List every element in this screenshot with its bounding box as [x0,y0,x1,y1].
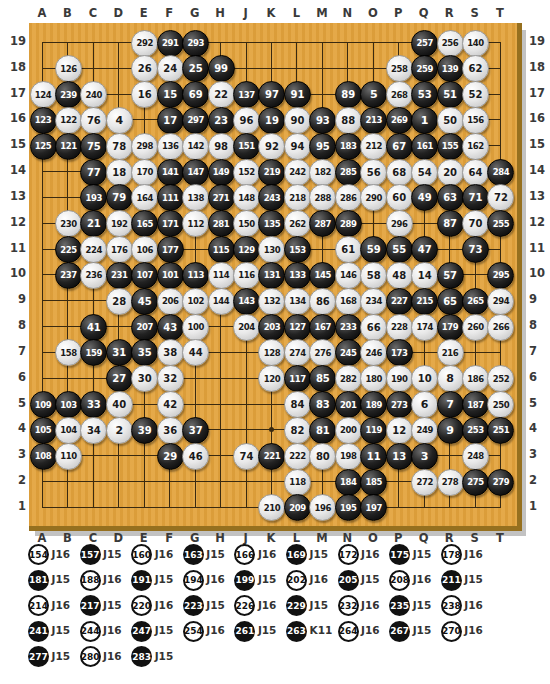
column-label-top: F [157,6,181,20]
stone-E10: 107 [131,262,158,289]
stone-B16: 122 [55,107,82,134]
stone-J15: 151 [233,133,260,160]
stone-N5: 201 [335,391,362,418]
stone-K3: 221 [258,443,285,470]
stone-B15: 121 [55,133,82,160]
column-label-bottom: S [463,531,487,545]
stone-T5: 250 [487,391,514,418]
stone-S14: 64 [462,159,489,186]
stone-N10: 146 [335,262,362,289]
stone-M16: 93 [309,107,336,134]
stone-J16: 96 [233,107,260,134]
caption-stone-194: 194 [183,570,204,591]
row-label-right: 11 [529,241,550,255]
column-label-bottom: O [361,531,385,545]
stone-R14: 20 [437,159,464,186]
stone-R6: 8 [437,365,464,392]
row-label-left: 9 [4,292,26,306]
caption-location: J15 [155,624,174,636]
caption-stone-270: 270 [441,621,462,642]
caption-location: J15 [413,624,432,636]
stone-T12: 255 [487,210,514,237]
stone-M3: 80 [309,443,336,470]
stone-L13: 218 [284,184,311,211]
stone-L16: 90 [284,107,311,134]
stone-E13: 164 [131,184,158,211]
caption-location: J16 [464,599,483,611]
caption-stone-244: 244 [80,621,101,642]
stone-Q9: 215 [411,288,438,315]
row-label-right: 2 [529,473,550,487]
stone-S6: 186 [462,365,489,392]
stone-P18: 258 [386,55,413,82]
stone-O2: 185 [360,469,387,496]
stone-J3: 74 [233,443,260,470]
stone-O14: 56 [360,159,387,186]
stone-L5: 84 [284,391,311,418]
stone-T6: 252 [487,365,514,392]
row-label-right: 12 [529,215,550,229]
row-label-left: 15 [4,137,26,151]
stone-B5: 103 [55,391,82,418]
stone-O7: 246 [360,339,387,366]
column-label-top: K [259,6,283,20]
stone-L17: 91 [284,81,311,108]
stone-L7: 274 [284,339,311,366]
stone-E17: 16 [131,81,158,108]
stone-T2: 279 [487,469,514,496]
stone-L15: 94 [284,133,311,160]
column-label-top: O [361,6,385,20]
caption-location: J15 [464,573,483,585]
stone-K10: 131 [258,262,285,289]
column-label-top: S [463,6,487,20]
caption-stone-229: 229 [286,595,307,616]
stone-R18: 139 [437,55,464,82]
row-label-right: 16 [529,111,550,125]
stone-L4: 82 [284,417,311,444]
stone-S2: 275 [462,469,489,496]
stone-K9: 132 [258,288,285,315]
stone-E15: 298 [131,133,158,160]
caption-stone-214: 214 [28,595,49,616]
stone-F9: 206 [157,288,184,315]
stone-F8: 43 [157,314,184,341]
column-label-bottom: H [208,531,232,545]
stone-S5: 187 [462,391,489,418]
stone-O5: 189 [360,391,387,418]
row-label-left: 6 [4,370,26,384]
stone-N2: 184 [335,469,362,496]
stone-B10: 237 [55,262,82,289]
stone-Q10: 14 [411,262,438,289]
caption-stone-205: 205 [338,570,359,591]
column-label-top: R [437,6,461,20]
caption-location: J16 [155,599,174,611]
stone-C17: 240 [80,81,107,108]
stone-P4: 12 [386,417,413,444]
column-label-top: G [183,6,207,20]
stone-J11: 129 [233,236,260,263]
stone-M4: 81 [309,417,336,444]
caption-stone-247: 247 [131,621,152,642]
stone-E7: 35 [131,339,158,366]
stone-L11: 153 [284,236,311,263]
stone-Q4: 249 [411,417,438,444]
stone-R2: 278 [437,469,464,496]
stone-N6: 282 [335,365,362,392]
caption-location: K11 [310,624,333,636]
stone-H18: 99 [208,55,235,82]
column-label-top: B [55,6,79,20]
stone-F7: 38 [157,339,184,366]
stone-O9: 234 [360,288,387,315]
stone-S17: 52 [462,81,489,108]
stone-K17: 97 [258,81,285,108]
row-label-left: 3 [4,447,26,461]
stone-E4: 39 [131,417,158,444]
stone-G18: 25 [182,55,209,82]
stone-B18: 126 [55,55,82,82]
caption-stone-188: 188 [80,570,101,591]
stone-H14: 149 [208,159,235,186]
stone-F18: 24 [157,55,184,82]
stone-S4: 253 [462,417,489,444]
stone-D12: 192 [106,210,133,237]
stone-Q18: 259 [411,55,438,82]
caption-stone-169: 169 [286,544,307,565]
caption-stone-163: 163 [183,544,204,565]
stone-M10: 145 [309,262,336,289]
stone-J14: 152 [233,159,260,186]
stone-Q16: 1 [411,107,438,134]
stone-O17: 5 [360,81,387,108]
stone-F14: 141 [157,159,184,186]
stone-R4: 9 [437,417,464,444]
stone-O4: 119 [360,417,387,444]
column-label-bottom: K [259,531,283,545]
stone-P16: 269 [386,107,413,134]
stone-K16: 19 [258,107,285,134]
stone-O16: 213 [360,107,387,134]
stone-D13: 79 [106,184,133,211]
stone-B7: 158 [55,339,82,366]
stone-L1: 209 [284,494,311,521]
stone-F13: 111 [157,184,184,211]
row-label-right: 8 [529,318,550,332]
column-label-top: E [132,6,156,20]
caption-location: J15 [206,599,225,611]
stone-G8: 100 [182,314,209,341]
caption-location: J16 [361,548,380,560]
caption-stone-241: 241 [28,621,49,642]
stone-N12: 289 [335,210,362,237]
row-label-left: 10 [4,266,26,280]
caption-stone-157: 157 [80,544,101,565]
stone-F19: 291 [157,30,184,57]
column-label-top: T [488,6,512,20]
row-label-right: 19 [529,34,550,48]
stone-C13: 193 [80,184,107,211]
stone-F17: 15 [157,81,184,108]
stone-F5: 42 [157,391,184,418]
stone-Q15: 161 [411,133,438,160]
row-label-left: 14 [4,163,26,177]
stone-S9: 265 [462,288,489,315]
caption-location: J15 [310,599,329,611]
stone-O10: 58 [360,262,387,289]
caption-stone-283: 283 [131,646,152,667]
column-label-bottom: M [310,531,334,545]
stone-C14: 77 [80,159,107,186]
stone-D10: 231 [106,262,133,289]
stone-K11: 130 [258,236,285,263]
stone-B17: 239 [55,81,82,108]
stone-Q2: 272 [411,469,438,496]
caption-location: J15 [103,548,122,560]
stone-C11: 224 [80,236,107,263]
row-label-left: 4 [4,421,26,435]
row-label-right: 18 [529,60,550,74]
caption-location: J15 [310,548,329,560]
stone-Q19: 257 [411,30,438,57]
stone-Q5: 6 [411,391,438,418]
column-label-top: L [284,6,308,20]
stone-D7: 31 [106,339,133,366]
stone-C15: 75 [80,133,107,160]
caption-stone-178: 178 [441,544,462,565]
stone-R7: 216 [437,339,464,366]
stone-S16: 156 [462,107,489,134]
caption-location: J16 [361,624,380,636]
caption-stone-226: 226 [234,595,255,616]
stone-R12: 87 [437,210,464,237]
row-label-right: 6 [529,370,550,384]
stone-N16: 88 [335,107,362,134]
stone-T13: 72 [487,184,514,211]
row-label-left: 5 [4,396,26,410]
caption-location: J16 [103,650,122,662]
caption-stone-232: 232 [338,595,359,616]
stone-H17: 22 [208,81,235,108]
caption-location: J15 [52,624,71,636]
stone-K12: 135 [258,210,285,237]
stone-R9: 65 [437,288,464,315]
stone-D4: 2 [106,417,133,444]
stone-J17: 137 [233,81,260,108]
stone-J13: 148 [233,184,260,211]
caption-stone-181: 181 [28,570,49,591]
stone-C10: 236 [80,262,107,289]
caption-location: J16 [103,573,122,585]
stone-C16: 76 [80,107,107,134]
caption-stone-223: 223 [183,595,204,616]
column-label-top: M [310,6,334,20]
stone-E14: 170 [131,159,158,186]
stone-C4: 34 [80,417,107,444]
stone-P7: 173 [386,339,413,366]
stone-Q13: 49 [411,184,438,211]
stone-P14: 68 [386,159,413,186]
caption-location: J15 [413,599,432,611]
stone-Q6: 10 [411,365,438,392]
stone-S11: 73 [462,236,489,263]
caption-location: J16 [310,573,329,585]
row-label-right: 7 [529,344,550,358]
stone-S3: 248 [462,443,489,470]
stone-R5: 7 [437,391,464,418]
caption-location: J15 [103,599,122,611]
stone-M13: 288 [309,184,336,211]
stone-A4: 105 [30,417,57,444]
column-label-bottom: B [55,531,79,545]
stone-S15: 162 [462,133,489,160]
stone-D9: 28 [106,288,133,315]
stone-E18: 26 [131,55,158,82]
stone-N3: 198 [335,443,362,470]
stone-P15: 67 [386,133,413,160]
stone-E8: 207 [131,314,158,341]
column-label-bottom: C [81,531,105,545]
stone-F10: 101 [157,262,184,289]
stone-L3: 222 [284,443,311,470]
column-label-bottom: N [335,531,359,545]
stone-F11: 177 [157,236,184,263]
caption-location: J15 [361,573,380,585]
stone-P9: 227 [386,288,413,315]
stone-A5: 109 [30,391,57,418]
stone-K15: 92 [258,133,285,160]
caption-stone-208: 208 [389,570,410,591]
stone-H10: 114 [208,262,235,289]
stone-C7: 159 [80,339,107,366]
column-label-bottom: G [183,531,207,545]
stone-N9: 168 [335,288,362,315]
row-label-right: 14 [529,163,550,177]
stone-G12: 112 [182,210,209,237]
row-label-left: 11 [4,241,26,255]
stone-B3: 110 [55,443,82,470]
row-label-right: 1 [529,499,550,513]
stone-P3: 13 [386,443,413,470]
row-label-right: 3 [529,447,550,461]
stone-D5: 40 [106,391,133,418]
column-label-bottom: E [132,531,156,545]
stone-A3: 108 [30,443,57,470]
row-label-left: 13 [4,189,26,203]
caption-stone-238: 238 [441,595,462,616]
caption-location: J16 [464,548,483,560]
stone-A17: 124 [30,81,57,108]
row-label-right: 17 [529,86,550,100]
stone-E11: 106 [131,236,158,263]
stone-L12: 262 [284,210,311,237]
stone-N17: 89 [335,81,362,108]
row-label-left: 1 [4,499,26,513]
stone-D14: 18 [106,159,133,186]
stone-H12: 281 [208,210,235,237]
stone-B4: 104 [55,417,82,444]
column-label-bottom: P [386,531,410,545]
stone-R8: 179 [437,314,464,341]
stone-D16: 4 [106,107,133,134]
caption-stone-166: 166 [234,544,255,565]
go-board: 2922912932572561401262624259925825913962… [29,23,522,531]
row-label-left: 12 [4,215,26,229]
stone-F3: 29 [157,443,184,470]
caption-stone-202: 202 [286,570,307,591]
column-label-top: D [106,6,130,20]
row-label-left: 7 [4,344,26,358]
stone-S8: 260 [462,314,489,341]
stone-O1: 197 [360,494,387,521]
stone-T8: 266 [487,314,514,341]
stone-Q3: 3 [411,443,438,470]
row-label-left: 16 [4,111,26,125]
row-label-right: 5 [529,396,550,410]
stone-M14: 182 [309,159,336,186]
caption-stone-217: 217 [80,595,101,616]
column-label-bottom: L [284,531,308,545]
stone-O15: 212 [360,133,387,160]
caption-location: J16 [361,599,380,611]
stone-F16: 17 [157,107,184,134]
column-label-top: C [81,6,105,20]
stone-J9: 143 [233,288,260,315]
stone-K6: 120 [258,365,285,392]
caption-stone-199: 199 [234,570,255,591]
stone-B12: 230 [55,210,82,237]
stone-G3: 46 [182,443,209,470]
stone-J10: 116 [233,262,260,289]
stone-G7: 44 [182,339,209,366]
column-label-top: J [234,6,258,20]
caption-stone-280: 280 [80,646,101,667]
stone-R15: 155 [437,133,464,160]
stone-C12: 21 [80,210,107,237]
row-label-right: 15 [529,137,550,151]
stone-E6: 30 [131,365,158,392]
stone-R19: 256 [437,30,464,57]
stone-N13: 286 [335,184,362,211]
column-label-bottom: R [437,531,461,545]
stone-L6: 117 [284,365,311,392]
stone-F4: 36 [157,417,184,444]
stone-C5: 33 [80,391,107,418]
stone-O13: 290 [360,184,387,211]
stone-S18: 62 [462,55,489,82]
stone-O3: 11 [360,443,387,470]
stone-H9: 144 [208,288,235,315]
stone-P17: 268 [386,81,413,108]
caption-location: J15 [206,548,225,560]
stone-H13: 271 [208,184,235,211]
stone-N4: 200 [335,417,362,444]
stone-S13: 71 [462,184,489,211]
stone-G13: 138 [182,184,209,211]
stone-L8: 127 [284,314,311,341]
caption-stone-261: 261 [234,621,255,642]
stone-G10: 113 [182,262,209,289]
stone-H15: 98 [208,133,235,160]
stone-Q14: 54 [411,159,438,186]
star-point [269,427,274,432]
stone-O8: 66 [360,314,387,341]
stone-N7: 245 [335,339,362,366]
caption-location: J16 [464,624,483,636]
stone-T4: 251 [487,417,514,444]
stone-M5: 83 [309,391,336,418]
